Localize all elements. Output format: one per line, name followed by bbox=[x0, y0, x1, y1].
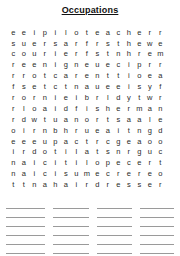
grid-cell[interactable]: w bbox=[145, 38, 156, 49]
grid-cell[interactable]: e bbox=[29, 60, 40, 71]
grid-cell[interactable]: c bbox=[40, 158, 51, 169]
grid-cell[interactable]: h bbox=[50, 179, 61, 190]
grid-cell[interactable]: n bbox=[155, 103, 166, 114]
answer-line[interactable] bbox=[6, 227, 45, 236]
grid-cell[interactable]: e bbox=[82, 60, 93, 71]
grid-cell[interactable]: p bbox=[134, 60, 145, 71]
grid-cell[interactable]: r bbox=[103, 179, 114, 190]
grid-cell[interactable]: g bbox=[61, 60, 72, 71]
grid-cell[interactable]: r bbox=[71, 125, 82, 136]
grid-cell[interactable]: a bbox=[19, 158, 30, 169]
grid-cell[interactable]: e bbox=[155, 114, 166, 125]
grid-cell[interactable]: a bbox=[82, 81, 93, 92]
grid-cell[interactable]: a bbox=[61, 114, 72, 125]
answer-line[interactable] bbox=[140, 236, 174, 245]
grid-cell[interactable]: o bbox=[19, 49, 30, 60]
grid-cell[interactable]: r bbox=[92, 38, 103, 49]
grid-cell[interactable]: i bbox=[8, 147, 19, 158]
grid-cell[interactable]: u bbox=[19, 38, 30, 49]
grid-cell[interactable]: r bbox=[155, 92, 166, 103]
grid-cell[interactable]: a bbox=[124, 114, 135, 125]
grid-cell[interactable]: e bbox=[103, 60, 114, 71]
grid-cell[interactable]: r bbox=[82, 179, 93, 190]
grid-cell[interactable]: i bbox=[50, 60, 61, 71]
grid-cell[interactable]: n bbox=[113, 49, 124, 60]
grid-cell[interactable]: n bbox=[134, 125, 145, 136]
grid-cell[interactable]: i bbox=[50, 169, 61, 180]
answer-line[interactable] bbox=[97, 245, 132, 254]
grid-cell[interactable]: r bbox=[92, 136, 103, 147]
grid-cell[interactable]: d bbox=[61, 103, 72, 114]
grid-cell[interactable]: t bbox=[82, 136, 93, 147]
grid-cell[interactable]: a bbox=[145, 103, 156, 114]
answer-line[interactable] bbox=[53, 227, 89, 236]
grid-cell[interactable]: e bbox=[124, 169, 135, 180]
grid-cell[interactable]: s bbox=[8, 38, 19, 49]
grid-cell[interactable]: e bbox=[124, 136, 135, 147]
grid-cell[interactable]: i bbox=[29, 169, 40, 180]
grid-cell[interactable]: i bbox=[71, 158, 82, 169]
grid-cell[interactable]: y bbox=[124, 92, 135, 103]
grid-cell[interactable]: f bbox=[8, 81, 19, 92]
grid-cell[interactable]: r bbox=[134, 169, 145, 180]
grid-cell[interactable]: o bbox=[134, 71, 145, 82]
grid-cell[interactable]: u bbox=[29, 49, 40, 60]
grid-cell[interactable]: o bbox=[19, 92, 30, 103]
grid-cell[interactable]: p bbox=[103, 158, 114, 169]
grid-cell[interactable]: o bbox=[29, 103, 40, 114]
grid-cell[interactable]: o bbox=[155, 136, 166, 147]
grid-cell[interactable]: h bbox=[124, 49, 135, 60]
grid-cell[interactable]: a bbox=[82, 147, 93, 158]
grid-cell[interactable]: l bbox=[145, 114, 156, 125]
grid-cell[interactable]: o bbox=[82, 114, 93, 125]
grid-cell[interactable]: t bbox=[82, 27, 93, 38]
grid-cell[interactable]: f bbox=[155, 81, 166, 92]
grid-cell[interactable]: m bbox=[134, 103, 145, 114]
answer-line[interactable] bbox=[53, 209, 89, 218]
grid-cell[interactable]: n bbox=[29, 179, 40, 190]
grid-cell[interactable]: n bbox=[40, 60, 51, 71]
grid-cell[interactable]: i bbox=[113, 125, 124, 136]
grid-cell[interactable]: f bbox=[82, 38, 93, 49]
grid-cell[interactable]: e bbox=[113, 158, 124, 169]
grid-cell[interactable]: c bbox=[113, 60, 124, 71]
grid-cell[interactable]: a bbox=[103, 27, 114, 38]
grid-cell[interactable]: e bbox=[29, 136, 40, 147]
answer-line[interactable] bbox=[97, 218, 132, 227]
grid-cell[interactable]: c bbox=[113, 27, 124, 38]
grid-cell[interactable]: o bbox=[155, 169, 166, 180]
grid-cell[interactable]: c bbox=[50, 71, 61, 82]
grid-cell[interactable]: i bbox=[61, 147, 72, 158]
grid-cell[interactable]: u bbox=[92, 81, 103, 92]
grid-cell[interactable]: t bbox=[113, 38, 124, 49]
answer-column bbox=[140, 200, 174, 254]
grid-cell[interactable]: i bbox=[50, 92, 61, 103]
grid-cell[interactable]: r bbox=[145, 27, 156, 38]
grid-cell[interactable]: i bbox=[124, 81, 135, 92]
grid-cell[interactable]: n bbox=[40, 92, 51, 103]
grid-cell[interactable]: r bbox=[19, 71, 30, 82]
grid-cell[interactable]: t bbox=[61, 158, 72, 169]
grid-cell[interactable]: i bbox=[124, 60, 135, 71]
grid-cell[interactable]: e bbox=[61, 92, 72, 103]
grid-cell[interactable]: r bbox=[134, 49, 145, 60]
grid-cell[interactable]: u bbox=[50, 114, 61, 125]
grid-cell[interactable]: c bbox=[50, 81, 61, 92]
grid-cell[interactable]: y bbox=[145, 81, 156, 92]
grid-cell[interactable]: p bbox=[50, 136, 61, 147]
grid-cell[interactable]: s bbox=[113, 114, 124, 125]
grid-cell[interactable]: p bbox=[40, 27, 51, 38]
grid-cell[interactable]: e bbox=[103, 81, 114, 92]
answer-column bbox=[6, 200, 45, 254]
answer-line[interactable] bbox=[140, 245, 174, 254]
grid-cell[interactable]: e bbox=[145, 49, 156, 60]
grid-cell[interactable]: t bbox=[8, 179, 19, 190]
grid-cell[interactable]: e bbox=[92, 125, 103, 136]
grid-cell[interactable]: e bbox=[134, 158, 145, 169]
grid-cell[interactable]: r bbox=[40, 49, 51, 60]
grid-cell[interactable]: t bbox=[92, 147, 103, 158]
grid-cell[interactable]: s bbox=[50, 38, 61, 49]
grid-cell[interactable]: r bbox=[71, 49, 82, 60]
grid-cell[interactable]: i bbox=[82, 103, 93, 114]
grid-cell[interactable]: n bbox=[8, 158, 19, 169]
answer-line[interactable] bbox=[97, 227, 132, 236]
grid-cell[interactable]: e bbox=[29, 81, 40, 92]
puzzle-title: Occupations bbox=[0, 5, 180, 15]
grid-cell[interactable]: l bbox=[103, 92, 114, 103]
grid-cell[interactable]: u bbox=[92, 60, 103, 71]
grid-cell[interactable]: d bbox=[92, 179, 103, 190]
grid-cell[interactable]: r bbox=[29, 125, 40, 136]
grid-cell[interactable]: r bbox=[145, 60, 156, 71]
grid-cell[interactable]: r bbox=[8, 103, 19, 114]
grid-cell[interactable]: u bbox=[71, 169, 82, 180]
grid-cell[interactable]: r bbox=[155, 179, 166, 190]
grid-cell[interactable]: r bbox=[124, 103, 135, 114]
answer-line[interactable] bbox=[53, 200, 89, 209]
grid-cell[interactable]: g bbox=[134, 147, 145, 158]
grid-cell[interactable]: t bbox=[103, 49, 114, 60]
grid-cell[interactable]: s bbox=[124, 179, 135, 190]
grid-cell[interactable]: n bbox=[8, 169, 19, 180]
grid-cell[interactable]: i bbox=[29, 27, 40, 38]
grid-cell[interactable]: r bbox=[145, 158, 156, 169]
answer-line[interactable] bbox=[6, 209, 45, 218]
grid-cell[interactable]: i bbox=[71, 92, 82, 103]
grid-cell[interactable]: a bbox=[40, 179, 51, 190]
grid-cell[interactable]: e bbox=[134, 27, 145, 38]
answer-line[interactable] bbox=[53, 218, 89, 227]
grid-cell[interactable]: e bbox=[82, 71, 93, 82]
grid-cell[interactable]: i bbox=[71, 179, 82, 190]
answer-line[interactable] bbox=[6, 218, 45, 227]
grid-cell[interactable]: e bbox=[145, 71, 156, 82]
grid-cell[interactable]: d bbox=[113, 92, 124, 103]
grid-cell[interactable]: e bbox=[8, 27, 19, 38]
grid-cell[interactable]: e bbox=[113, 179, 124, 190]
grid-cell[interactable]: m bbox=[82, 169, 93, 180]
grid-cell[interactable]: n bbox=[71, 81, 82, 92]
grid-cell[interactable]: r bbox=[29, 92, 40, 103]
answer-column bbox=[97, 200, 132, 254]
grid-cell[interactable]: c bbox=[103, 136, 114, 147]
grid-cell[interactable]: e bbox=[134, 38, 145, 49]
grid-cell[interactable]: d bbox=[155, 125, 166, 136]
grid-cell[interactable]: g bbox=[113, 136, 124, 147]
grid-cell[interactable]: t bbox=[134, 92, 145, 103]
grid-cell[interactable]: c bbox=[155, 147, 166, 158]
grid-cell[interactable]: e bbox=[113, 103, 124, 114]
grid-cell[interactable]: t bbox=[113, 71, 124, 82]
grid-cell[interactable]: n bbox=[40, 125, 51, 136]
grid-cell[interactable]: s bbox=[134, 179, 145, 190]
grid-cell[interactable]: t bbox=[155, 158, 166, 169]
answer-lines-section bbox=[6, 200, 174, 254]
grid-cell[interactable]: s bbox=[103, 147, 114, 158]
grid-cell[interactable]: n bbox=[71, 114, 82, 125]
grid-cell[interactable]: a bbox=[61, 179, 72, 190]
grid-cell[interactable]: o bbox=[92, 158, 103, 169]
grid-cell[interactable]: w bbox=[29, 114, 40, 125]
answer-line[interactable] bbox=[6, 236, 45, 245]
grid-cell[interactable]: i bbox=[29, 158, 40, 169]
grid-cell[interactable]: s bbox=[61, 169, 72, 180]
grid-cell[interactable]: d bbox=[19, 114, 30, 125]
grid-cell[interactable]: d bbox=[29, 147, 40, 158]
grid-cell[interactable]: r bbox=[92, 114, 103, 125]
grid-cell[interactable]: e bbox=[8, 136, 19, 147]
grid-cell[interactable]: i bbox=[50, 27, 61, 38]
grid-cell[interactable]: h bbox=[124, 27, 135, 38]
grid-cell[interactable]: r bbox=[71, 71, 82, 82]
answer-line[interactable] bbox=[140, 227, 174, 236]
grid-cell[interactable]: t bbox=[40, 71, 51, 82]
grid-cell[interactable]: r bbox=[8, 71, 19, 82]
grid-cell[interactable]: c bbox=[71, 136, 82, 147]
grid-cell[interactable]: r bbox=[19, 147, 30, 158]
grid-cell[interactable]: t bbox=[124, 125, 135, 136]
answer-line[interactable] bbox=[97, 200, 132, 209]
grid-cell[interactable]: r bbox=[71, 38, 82, 49]
grid-cell[interactable]: a bbox=[134, 136, 145, 147]
grid-cell[interactable]: o bbox=[8, 125, 19, 136]
grid-cell[interactable]: g bbox=[145, 125, 156, 136]
grid-cell[interactable]: s bbox=[134, 81, 145, 92]
answer-line[interactable] bbox=[140, 218, 174, 227]
grid-cell[interactable]: b bbox=[50, 125, 61, 136]
grid-cell[interactable]: l bbox=[19, 103, 30, 114]
answer-line[interactable] bbox=[140, 209, 174, 218]
grid-cell[interactable]: a bbox=[134, 114, 145, 125]
grid-cell[interactable]: h bbox=[61, 125, 72, 136]
grid-cell[interactable]: a bbox=[61, 136, 72, 147]
grid-cell[interactable]: u bbox=[82, 125, 93, 136]
answer-line[interactable] bbox=[97, 236, 132, 245]
answer-line[interactable] bbox=[6, 245, 45, 254]
wordsearch-grid: eeipiloteacherrsuersarfrsthewecourierfst… bbox=[8, 27, 166, 190]
grid-cell[interactable]: o bbox=[40, 147, 51, 158]
grid-cell[interactable]: e bbox=[19, 60, 30, 71]
grid-cell[interactable]: l bbox=[82, 158, 93, 169]
grid-cell[interactable]: o bbox=[145, 136, 156, 147]
grid-cell[interactable]: t bbox=[40, 114, 51, 125]
grid-cell[interactable]: i bbox=[50, 103, 61, 114]
grid-cell[interactable]: o bbox=[71, 27, 82, 38]
grid-cell[interactable]: r bbox=[8, 92, 19, 103]
grid-cell[interactable]: t bbox=[103, 71, 114, 82]
grid-cell[interactable]: l bbox=[71, 147, 82, 158]
grid-cell[interactable]: e bbox=[145, 179, 156, 190]
grid-cell[interactable]: r bbox=[124, 147, 135, 158]
grid-cell[interactable]: i bbox=[50, 49, 61, 60]
grid-cell[interactable]: a bbox=[19, 169, 30, 180]
grid-cell[interactable]: n bbox=[113, 147, 124, 158]
grid-cell[interactable]: r bbox=[8, 60, 19, 71]
grid-cell[interactable]: a bbox=[155, 71, 166, 82]
grid-cell[interactable]: e bbox=[19, 136, 30, 147]
grid-cell[interactable]: e bbox=[113, 81, 124, 92]
answer-line[interactable] bbox=[140, 200, 174, 209]
answer-line[interactable] bbox=[97, 209, 132, 218]
grid-cell[interactable]: c bbox=[8, 49, 19, 60]
grid-cell[interactable]: r bbox=[8, 114, 19, 125]
grid-cell[interactable]: a bbox=[61, 38, 72, 49]
grid-cell[interactable]: r bbox=[40, 38, 51, 49]
answer-column bbox=[53, 200, 89, 254]
grid-cell[interactable]: f bbox=[71, 103, 82, 114]
grid-cell[interactable]: n bbox=[92, 71, 103, 82]
grid-cell[interactable]: o bbox=[29, 71, 40, 82]
grid-cell[interactable]: r bbox=[113, 169, 124, 180]
grid-cell[interactable]: a bbox=[40, 103, 51, 114]
grid-cell[interactable]: s bbox=[19, 81, 30, 92]
answer-line[interactable] bbox=[53, 245, 89, 254]
grid-cell[interactable]: r bbox=[92, 92, 103, 103]
grid-cell[interactable]: i bbox=[19, 125, 30, 136]
grid-cell[interactable]: e bbox=[19, 27, 30, 38]
grid-cell[interactable]: t bbox=[50, 147, 61, 158]
grid-cell[interactable]: c bbox=[40, 169, 51, 180]
grid-cell[interactable]: h bbox=[124, 38, 135, 49]
grid-cell[interactable]: m bbox=[155, 49, 166, 60]
grid-cell[interactable]: a bbox=[103, 125, 114, 136]
grid-cell[interactable]: i bbox=[50, 158, 61, 169]
grid-cell[interactable]: e bbox=[61, 49, 72, 60]
grid-cell[interactable]: w bbox=[145, 92, 156, 103]
grid-cell[interactable]: e bbox=[92, 27, 103, 38]
grid-cell[interactable]: t bbox=[40, 81, 51, 92]
worksheet-page: Occupations eeipiloteacherrsuersarfrsthe… bbox=[0, 0, 180, 256]
grid-cell[interactable]: l bbox=[61, 27, 72, 38]
grid-cell[interactable]: t bbox=[19, 179, 30, 190]
grid-cell[interactable]: a bbox=[61, 71, 72, 82]
answer-line[interactable] bbox=[6, 200, 45, 209]
grid-cell[interactable]: s bbox=[92, 49, 103, 60]
grid-cell[interactable]: u bbox=[145, 147, 156, 158]
grid-cell[interactable]: c bbox=[103, 169, 114, 180]
grid-cell[interactable]: t bbox=[103, 114, 114, 125]
grid-cell[interactable]: e bbox=[145, 169, 156, 180]
grid-cell[interactable]: r bbox=[155, 27, 166, 38]
grid-cell[interactable]: h bbox=[103, 103, 114, 114]
grid-cell[interactable]: i bbox=[124, 71, 135, 82]
grid-cell[interactable]: t bbox=[61, 81, 72, 92]
grid-cell[interactable]: s bbox=[103, 38, 114, 49]
grid-cell[interactable]: f bbox=[82, 49, 93, 60]
grid-cell[interactable]: n bbox=[71, 60, 82, 71]
grid-cell[interactable]: e bbox=[92, 169, 103, 180]
grid-cell[interactable]: u bbox=[40, 136, 51, 147]
grid-cell[interactable]: e bbox=[155, 38, 166, 49]
grid-cell[interactable]: e bbox=[29, 38, 40, 49]
grid-cell[interactable]: b bbox=[82, 92, 93, 103]
grid-cell[interactable]: r bbox=[155, 60, 166, 71]
grid-cell[interactable]: s bbox=[92, 103, 103, 114]
answer-line[interactable] bbox=[53, 236, 89, 245]
grid-cell[interactable]: c bbox=[124, 158, 135, 169]
